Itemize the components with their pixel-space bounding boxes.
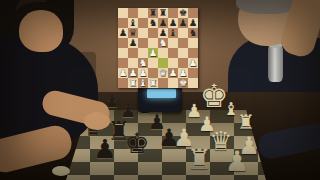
square-e4: [158, 48, 168, 58]
square-f5: [168, 38, 178, 48]
square-g4: [178, 48, 188, 58]
square-c7: [138, 18, 148, 28]
black-pawn-b5: ♟: [128, 38, 138, 48]
square-e2: ♛: [158, 68, 168, 78]
square-a8: [118, 8, 128, 18]
square-c8: [138, 8, 148, 18]
square-g7: ♟: [178, 18, 188, 28]
white-pawn-a2: ♟: [118, 68, 128, 78]
square-a4: [118, 48, 128, 58]
white-queen-e2: ♛: [158, 68, 168, 78]
black-knight-h6: ♞: [188, 28, 198, 38]
square-h2: [188, 68, 198, 78]
square-c5: [138, 38, 148, 48]
square-a2: ♟: [118, 68, 128, 78]
square-f2: ♟: [168, 68, 178, 78]
square-g5: [178, 38, 188, 48]
white-bishop-c1: ♝: [138, 78, 148, 88]
white-rook-d1: ♜: [148, 78, 158, 88]
white-knight-e5: ♞: [158, 38, 168, 48]
square-g6: [178, 28, 188, 38]
square-d4: ♟: [148, 48, 158, 58]
square-d6: [148, 28, 158, 38]
square-c6: [138, 28, 148, 38]
black-pawn-a6: ♟: [118, 28, 128, 38]
white-pawn-h3: ♟: [188, 58, 198, 68]
white-pawn-d4: ♟: [148, 48, 158, 58]
square-d7: ♞: [148, 18, 158, 28]
square-f1: [168, 78, 178, 88]
square-h1: [188, 78, 198, 88]
square-f6: ♝: [168, 28, 178, 38]
square-h6: ♞: [188, 28, 198, 38]
square-d1: ♜: [148, 78, 158, 88]
video-frame: ♜♟♛♟♝♜♟♚♟♟♚♟♟♝♜♟♛♟♟♜ ♜♜♚♝♞♟♟♟♟♟♛♟♝♞♟♞♟♞♟…: [0, 0, 320, 180]
black-knight-d7: ♞: [148, 18, 158, 28]
square-b5: ♟: [128, 38, 138, 48]
square-b4: [128, 48, 138, 58]
diagram-board: ♜♜♚♝♞♟♟♟♟♟♛♟♝♞♟♞♟♞♟♟♟♟♛♟♟♜♝♜♚: [118, 8, 198, 88]
square-h3: ♟: [188, 58, 198, 68]
square-b1: ♜: [128, 78, 138, 88]
square-a5: [118, 38, 128, 48]
white-king-g1: ♚: [178, 78, 188, 88]
white-pawn-f2: ♟: [168, 68, 178, 78]
black-bishop-f6: ♝: [168, 28, 178, 38]
white-rook-b1: ♜: [128, 78, 138, 88]
black-pawn-g7: ♟: [178, 18, 188, 28]
square-a1: [118, 78, 128, 88]
square-c1: ♝: [138, 78, 148, 88]
square-h5: [188, 38, 198, 48]
square-d3: [148, 58, 158, 68]
square-e5: ♞: [158, 38, 168, 48]
square-e1: [158, 78, 168, 88]
square-f4: [168, 48, 178, 58]
square-a6: ♟: [118, 28, 128, 38]
square-g1: ♚: [178, 78, 188, 88]
